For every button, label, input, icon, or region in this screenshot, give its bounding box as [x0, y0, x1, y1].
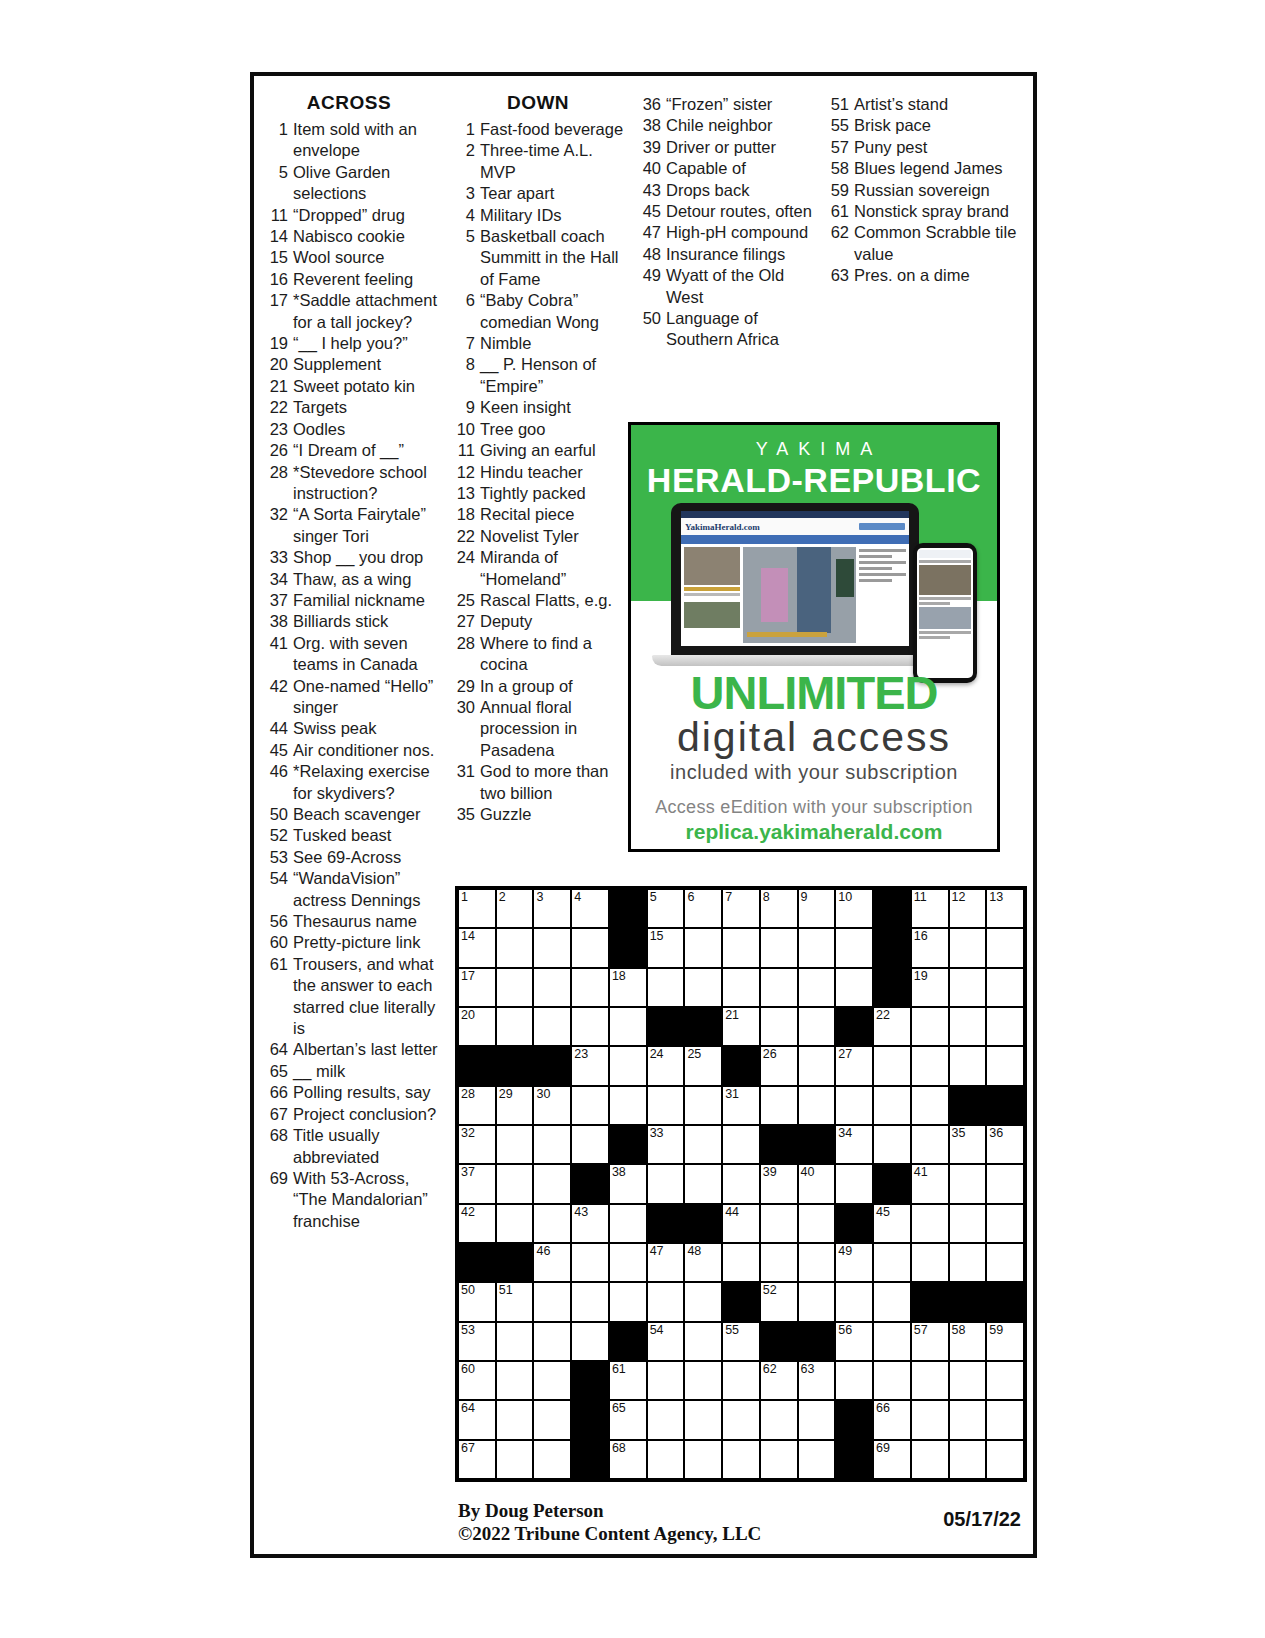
cell-r9c10[interactable] [799, 1205, 835, 1242]
cell-r8c2[interactable] [497, 1165, 533, 1202]
cell-r6c7[interactable] [685, 1087, 721, 1124]
cell-r9c8[interactable]: 44 [723, 1205, 759, 1242]
cell-r5c11[interactable]: 27 [836, 1047, 872, 1084]
cell-number: 69 [876, 1442, 890, 1455]
cell-r3c2[interactable] [497, 969, 533, 1006]
cell-r14c6[interactable] [648, 1401, 684, 1438]
clue-number: 31 [447, 761, 480, 804]
clue-text: Nimble [480, 333, 629, 354]
cell-r13c5[interactable]: 61 [610, 1362, 646, 1399]
cell-r12c4[interactable] [572, 1323, 608, 1360]
clue-12: 12Hindu teacher [447, 462, 629, 483]
clue-text: Swiss peak [293, 718, 438, 739]
cell-r3c4[interactable] [572, 969, 608, 1006]
cell-number: 30 [536, 1088, 550, 1101]
clue-text: __ milk [293, 1061, 438, 1082]
cell-r13c13[interactable] [912, 1362, 948, 1399]
cell-r11c7[interactable] [685, 1283, 721, 1320]
clue-number: 45 [633, 201, 666, 222]
ad-footer-note: Access eEdition with your subscription [631, 797, 997, 818]
cell-r14c1[interactable]: 64 [459, 1401, 495, 1438]
cell-r14c8[interactable] [723, 1401, 759, 1438]
cell-r12c15[interactable]: 59 [987, 1323, 1023, 1360]
cell-r10c7[interactable]: 48 [685, 1244, 721, 1281]
cell-r11c11[interactable] [836, 1283, 872, 1320]
clue-number: 27 [447, 611, 480, 632]
cell-r7c15[interactable]: 36 [987, 1126, 1023, 1163]
clue-33: 33Shop __ you drop [260, 547, 438, 568]
cell-r9c12[interactable]: 45 [874, 1205, 910, 1242]
black-square [987, 1087, 1023, 1124]
cell-r6c8[interactable]: 31 [723, 1087, 759, 1124]
cell-r12c1[interactable]: 53 [459, 1323, 495, 1360]
cell-r15c7[interactable] [685, 1441, 721, 1478]
cell-r12c12[interactable] [874, 1323, 910, 1360]
cell-r1c1[interactable]: 1 [459, 890, 495, 927]
cell-r12c8[interactable]: 55 [723, 1323, 759, 1360]
cell-r8c1[interactable]: 37 [459, 1165, 495, 1202]
clue-text: Chile neighbor [666, 115, 821, 136]
cell-r10c13[interactable] [912, 1244, 948, 1281]
cell-r11c6[interactable] [648, 1283, 684, 1320]
cell-r4c13[interactable] [912, 1008, 948, 1045]
clue-6: 6“Baby Cobra” comedian Wong [447, 290, 629, 333]
cell-r9c4[interactable]: 43 [572, 1205, 608, 1242]
clue-text: “Frozen” sister [666, 94, 821, 115]
cell-r6c2[interactable]: 29 [497, 1087, 533, 1124]
cell-number: 61 [612, 1363, 626, 1376]
cell-r3c10[interactable] [799, 969, 835, 1006]
cell-r8c10[interactable]: 40 [799, 1165, 835, 1202]
cell-r2c15[interactable] [987, 929, 1023, 966]
clue-22: 22Novelist Tyler [447, 526, 629, 547]
cell-r13c3[interactable] [534, 1362, 570, 1399]
clue-text: Military IDs [480, 205, 629, 226]
cell-r15c5[interactable]: 68 [610, 1441, 646, 1478]
cell-r9c13[interactable] [912, 1205, 948, 1242]
cell-r12c14[interactable]: 58 [950, 1323, 986, 1360]
clue-61: 61Nonstick spray brand [821, 201, 1017, 222]
cell-r1c15[interactable]: 13 [987, 890, 1023, 927]
cell-r2c6[interactable]: 15 [648, 929, 684, 966]
cell-r1c8[interactable]: 7 [723, 890, 759, 927]
cell-r1c4[interactable]: 4 [572, 890, 608, 927]
clue-26: 26“I Dream of __” [260, 440, 438, 461]
cell-r5c12[interactable] [874, 1047, 910, 1084]
black-square [912, 1283, 948, 1320]
cell-r6c9[interactable] [761, 1087, 797, 1124]
clue-number: 56 [260, 911, 293, 932]
black-square [610, 1126, 646, 1163]
clue-number: 26 [260, 440, 293, 461]
clue-number: 24 [447, 547, 480, 590]
cell-r10c10[interactable] [799, 1244, 835, 1281]
cell-r15c1[interactable]: 67 [459, 1441, 495, 1478]
cell-r2c4[interactable] [572, 929, 608, 966]
cell-r1c14[interactable]: 12 [950, 890, 986, 927]
cell-r13c2[interactable] [497, 1362, 533, 1399]
cell-r6c4[interactable] [572, 1087, 608, 1124]
cell-r5c6[interactable]: 24 [648, 1047, 684, 1084]
cell-r4c10[interactable] [799, 1008, 835, 1045]
cell-r5c4[interactable]: 23 [572, 1047, 608, 1084]
clue-68: 68Title usually abbreviated [260, 1125, 438, 1168]
cell-r12c2[interactable] [497, 1323, 533, 1360]
cell-r10c9[interactable] [761, 1244, 797, 1281]
cell-r15c3[interactable] [534, 1441, 570, 1478]
cell-number: 33 [650, 1127, 664, 1140]
cell-r15c10[interactable] [799, 1441, 835, 1478]
clue-15: 15Wool source [260, 247, 438, 268]
cell-r3c8[interactable] [723, 969, 759, 1006]
cell-r8c14[interactable] [950, 1165, 986, 1202]
cell-r5c7[interactable]: 25 [685, 1047, 721, 1084]
clue-11: 11Giving an earful [447, 440, 629, 461]
cell-r8c3[interactable] [534, 1165, 570, 1202]
clue-4: 4Military IDs [447, 205, 629, 226]
clue-text: __ P. Henson of “Empire” [480, 354, 629, 397]
cell-r11c12[interactable] [874, 1283, 910, 1320]
cell-number: 55 [725, 1324, 739, 1337]
clue-number: 69 [260, 1168, 293, 1232]
cell-r10c14[interactable] [950, 1244, 986, 1281]
clue-text: Sweet potato kin [293, 376, 438, 397]
cell-r14c5[interactable]: 65 [610, 1401, 646, 1438]
black-square [685, 1008, 721, 1045]
clue-text: *Stevedore school instruction? [293, 462, 438, 505]
cell-r15c14[interactable] [950, 1441, 986, 1478]
cell-r6c11[interactable] [836, 1087, 872, 1124]
clue-52: 52Tusked beast [260, 825, 438, 846]
cell-r13c9[interactable]: 62 [761, 1362, 797, 1399]
black-square [836, 1441, 872, 1478]
cell-r3c15[interactable] [987, 969, 1023, 1006]
cell-r15c12[interactable]: 69 [874, 1441, 910, 1478]
cell-r8c8[interactable] [723, 1165, 759, 1202]
clue-text: Common Scrabble tile value [854, 222, 1017, 265]
clue-61: 61Trousers, and what the answer to each … [260, 954, 438, 1040]
cell-r2c10[interactable] [799, 929, 835, 966]
cell-r10c3[interactable]: 46 [534, 1244, 570, 1281]
clue-36: 36“Frozen” sister [633, 94, 821, 115]
black-square [761, 1126, 797, 1163]
cell-r14c9[interactable] [761, 1401, 797, 1438]
cell-r2c14[interactable] [950, 929, 986, 966]
cell-r3c3[interactable] [534, 969, 570, 1006]
cell-r1c13[interactable]: 11 [912, 890, 948, 927]
clue-text: Thesaurus name [293, 911, 438, 932]
clue-5: 5Basketball coach Summitt in the Hall of… [447, 226, 629, 290]
clue-42: 42One-named “Hello” singer [260, 676, 438, 719]
cell-r10c4[interactable] [572, 1244, 608, 1281]
clue-text: Tree goo [480, 419, 629, 440]
cell-r7c7[interactable] [685, 1126, 721, 1163]
cell-number: 29 [499, 1088, 513, 1101]
clue-number: 58 [821, 158, 854, 179]
black-square [497, 1047, 533, 1084]
cell-r8c7[interactable] [685, 1165, 721, 1202]
cell-r7c12[interactable] [874, 1126, 910, 1163]
cell-r9c9[interactable] [761, 1205, 797, 1242]
cell-r1c9[interactable]: 8 [761, 890, 797, 927]
black-square [836, 1401, 872, 1438]
cell-r2c1[interactable]: 14 [459, 929, 495, 966]
clue-text: Air conditioner nos. [293, 740, 438, 761]
black-square [723, 1283, 759, 1320]
cell-r6c10[interactable] [799, 1087, 835, 1124]
clue-number: 17 [260, 290, 293, 333]
cell-number: 36 [989, 1127, 1003, 1140]
cell-r11c1[interactable]: 50 [459, 1283, 495, 1320]
cell-r1c3[interactable]: 3 [534, 890, 570, 927]
cell-r6c13[interactable] [912, 1087, 948, 1124]
cell-r1c2[interactable]: 2 [497, 890, 533, 927]
clue-text: Shop __ you drop [293, 547, 438, 568]
cell-r8c6[interactable] [648, 1165, 684, 1202]
search-box-illustration [859, 523, 905, 530]
cell-r4c2[interactable] [497, 1008, 533, 1045]
cell-r7c1[interactable]: 32 [459, 1126, 495, 1163]
cell-r1c7[interactable]: 6 [685, 890, 721, 927]
cell-r12c3[interactable] [534, 1323, 570, 1360]
cell-r13c15[interactable] [987, 1362, 1023, 1399]
cell-r9c14[interactable] [950, 1205, 986, 1242]
cell-number: 8 [763, 891, 770, 904]
clue-21: 21Sweet potato kin [260, 376, 438, 397]
cell-r8c13[interactable]: 41 [912, 1165, 948, 1202]
cell-r13c14[interactable] [950, 1362, 986, 1399]
cell-r2c9[interactable] [761, 929, 797, 966]
cell-r15c2[interactable] [497, 1441, 533, 1478]
cell-r5c9[interactable]: 26 [761, 1047, 797, 1084]
clue-number: 50 [633, 308, 666, 351]
cell-r6c12[interactable] [874, 1087, 910, 1124]
clue-text: Detour routes, often [666, 201, 821, 222]
cell-r2c8[interactable] [723, 929, 759, 966]
clue-25: 25Rascal Flatts, e.g. [447, 590, 629, 611]
clue-text: Basketball coach Summitt in the Hall of … [480, 226, 629, 290]
clue-29: 29In a group of [447, 676, 629, 697]
cell-r4c5[interactable] [610, 1008, 646, 1045]
clue-31: 31God to more than two billion [447, 761, 629, 804]
cell-r6c5[interactable] [610, 1087, 646, 1124]
clue-text: Beach scavenger [293, 804, 438, 825]
cell-r11c5[interactable] [610, 1283, 646, 1320]
clue-23: 23Oodles [260, 419, 438, 440]
laptop-screen: YakimaHerald.com [671, 503, 919, 655]
cell-r2c13[interactable]: 16 [912, 929, 948, 966]
cell-r5c15[interactable] [987, 1047, 1023, 1084]
cell-number: 1 [461, 891, 468, 904]
cell-r3c6[interactable] [648, 969, 684, 1006]
clue-5: 5Olive Garden selections [260, 162, 438, 205]
cell-number: 43 [574, 1206, 588, 1219]
cell-number: 51 [499, 1284, 513, 1297]
cell-r6c3[interactable]: 30 [534, 1087, 570, 1124]
clue-43: 43Drops back [633, 180, 821, 201]
cell-r13c8[interactable] [723, 1362, 759, 1399]
cell-r12c13[interactable]: 57 [912, 1323, 948, 1360]
cell-r4c12[interactable]: 22 [874, 1008, 910, 1045]
clue-number: 12 [447, 462, 480, 483]
cell-number: 4 [574, 891, 581, 904]
cell-r4c3[interactable] [534, 1008, 570, 1045]
cell-number: 46 [536, 1245, 550, 1258]
clue-57: 57Puny pest [821, 137, 1017, 158]
cell-r13c11[interactable] [836, 1362, 872, 1399]
cell-r12c7[interactable] [685, 1323, 721, 1360]
cell-r2c2[interactable] [497, 929, 533, 966]
cell-r11c4[interactable] [572, 1283, 608, 1320]
cell-number: 62 [763, 1363, 777, 1376]
clue-text: Language of Southern Africa [666, 308, 821, 351]
cell-r1c6[interactable]: 5 [648, 890, 684, 927]
cell-r7c6[interactable]: 33 [648, 1126, 684, 1163]
cell-r12c11[interactable]: 56 [836, 1323, 872, 1360]
clue-text: Insurance filings [666, 244, 821, 265]
cell-r13c7[interactable] [685, 1362, 721, 1399]
cell-r14c15[interactable] [987, 1401, 1023, 1438]
cell-r3c14[interactable] [950, 969, 986, 1006]
cell-r4c4[interactable] [572, 1008, 608, 1045]
cell-r6c6[interactable] [648, 1087, 684, 1124]
clue-text: Tightly packed [480, 483, 629, 504]
cell-r7c14[interactable]: 35 [950, 1126, 986, 1163]
cell-r5c10[interactable] [799, 1047, 835, 1084]
cell-r5c13[interactable] [912, 1047, 948, 1084]
clue-text: “Dropped” drug [293, 205, 438, 226]
clue-text: High-pH compound [666, 222, 821, 243]
cell-number: 63 [801, 1363, 815, 1376]
cell-r7c13[interactable] [912, 1126, 948, 1163]
cell-r15c15[interactable] [987, 1441, 1023, 1478]
cell-r2c3[interactable] [534, 929, 570, 966]
cell-r9c1[interactable]: 42 [459, 1205, 495, 1242]
cell-r10c12[interactable] [874, 1244, 910, 1281]
cell-r14c3[interactable] [534, 1401, 570, 1438]
cell-r8c15[interactable] [987, 1165, 1023, 1202]
cell-r3c11[interactable] [836, 969, 872, 1006]
ad-website-masthead: YakimaHerald.com [685, 522, 760, 532]
cell-r3c13[interactable]: 19 [912, 969, 948, 1006]
cell-r10c11[interactable]: 49 [836, 1244, 872, 1281]
clue-number: 13 [447, 483, 480, 504]
cell-r15c6[interactable] [648, 1441, 684, 1478]
cell-r11c2[interactable]: 51 [497, 1283, 533, 1320]
cell-r12c6[interactable]: 54 [648, 1323, 684, 1360]
news-photo-illustration [919, 607, 971, 629]
cell-r9c3[interactable] [534, 1205, 570, 1242]
cell-r9c15[interactable] [987, 1205, 1023, 1242]
clue-1: 1Item sold with an envelope [260, 119, 438, 162]
cell-r15c9[interactable] [761, 1441, 797, 1478]
cell-r7c11[interactable]: 34 [836, 1126, 872, 1163]
cell-r7c4[interactable] [572, 1126, 608, 1163]
cell-r7c2[interactable] [497, 1126, 533, 1163]
cell-r7c3[interactable] [534, 1126, 570, 1163]
cell-r14c14[interactable] [950, 1401, 986, 1438]
cell-r11c10[interactable] [799, 1283, 835, 1320]
clue-28: 28Where to find a cocina [447, 633, 629, 676]
cell-r2c11[interactable] [836, 929, 872, 966]
cell-r14c12[interactable]: 66 [874, 1401, 910, 1438]
cell-number: 47 [650, 1245, 664, 1258]
cell-r3c5[interactable]: 18 [610, 969, 646, 1006]
cell-r13c12[interactable] [874, 1362, 910, 1399]
cell-r5c14[interactable] [950, 1047, 986, 1084]
clue-60: 60Pretty-picture link [260, 932, 438, 953]
cell-number: 24 [650, 1048, 664, 1061]
cell-r14c10[interactable] [799, 1401, 835, 1438]
cell-r8c9[interactable]: 39 [761, 1165, 797, 1202]
cell-r14c13[interactable] [912, 1401, 948, 1438]
clue-text: “WandaVision” actress Dennings [293, 868, 438, 911]
clue-number: 57 [821, 137, 854, 158]
cell-r3c1[interactable]: 17 [459, 969, 495, 1006]
cell-r4c14[interactable] [950, 1008, 986, 1045]
cell-r9c2[interactable] [497, 1205, 533, 1242]
cell-r15c8[interactable] [723, 1441, 759, 1478]
cell-r6c1[interactable]: 28 [459, 1087, 495, 1124]
cell-r8c5[interactable]: 38 [610, 1165, 646, 1202]
cell-r2c7[interactable] [685, 929, 721, 966]
cell-r4c15[interactable] [987, 1008, 1023, 1045]
cell-number: 11 [914, 891, 927, 904]
clue-number: 39 [633, 137, 666, 158]
clue-20: 20Supplement [260, 354, 438, 375]
cell-r15c13[interactable] [912, 1441, 948, 1478]
cell-r10c5[interactable] [610, 1244, 646, 1281]
cell-r10c15[interactable] [987, 1244, 1023, 1281]
cell-number: 64 [461, 1402, 475, 1415]
clue-number: 18 [447, 504, 480, 525]
cell-r4c1[interactable]: 20 [459, 1008, 495, 1045]
cell-r10c8[interactable] [723, 1244, 759, 1281]
clue-number: 48 [633, 244, 666, 265]
clue-41: 41Org. with seven teams in Canada [260, 633, 438, 676]
cell-r5c5[interactable] [610, 1047, 646, 1084]
clue-69: 69With 53-Across, “The Mandalorian” fran… [260, 1168, 438, 1232]
clue-number: 33 [260, 547, 293, 568]
clue-number: 2 [447, 140, 480, 183]
cell-r13c1[interactable]: 60 [459, 1362, 495, 1399]
cell-r1c10[interactable]: 9 [799, 890, 835, 927]
clue-text: *Saddle attachment for a tall jockey? [293, 290, 438, 333]
cell-r1c11[interactable]: 10 [836, 890, 872, 927]
cell-r11c9[interactable]: 52 [761, 1283, 797, 1320]
cell-r14c7[interactable] [685, 1401, 721, 1438]
cell-r4c9[interactable] [761, 1008, 797, 1045]
cell-r8c11[interactable] [836, 1165, 872, 1202]
cell-r10c6[interactable]: 47 [648, 1244, 684, 1281]
cell-r3c7[interactable] [685, 969, 721, 1006]
cell-r13c10[interactable]: 63 [799, 1362, 835, 1399]
clue-number: 32 [260, 504, 293, 547]
cell-r14c2[interactable] [497, 1401, 533, 1438]
cell-r13c6[interactable] [648, 1362, 684, 1399]
cell-r3c9[interactable] [761, 969, 797, 1006]
cell-number: 54 [650, 1324, 664, 1337]
clue-65: 65__ milk [260, 1061, 438, 1082]
clue-number: 62 [821, 222, 854, 265]
cell-r11c3[interactable] [534, 1283, 570, 1320]
cell-r9c5[interactable] [610, 1205, 646, 1242]
cell-number: 60 [461, 1363, 475, 1376]
cell-r7c8[interactable] [723, 1126, 759, 1163]
clue-50: 50Beach scavenger [260, 804, 438, 825]
cell-r4c8[interactable]: 21 [723, 1008, 759, 1045]
cell-number: 67 [461, 1442, 475, 1455]
